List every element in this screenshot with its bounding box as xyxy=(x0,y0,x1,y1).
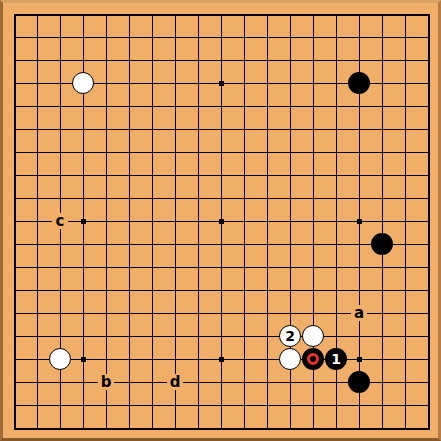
stone-black-q16[interactable] xyxy=(348,72,370,94)
stone-white-d16[interactable] xyxy=(72,72,94,94)
stone-white-n5[interactable]: 2 xyxy=(279,325,301,347)
grid-line-horizontal xyxy=(14,428,430,430)
grid-line-vertical xyxy=(106,14,107,430)
grid-line-horizontal xyxy=(14,175,430,176)
grid-line-horizontal xyxy=(14,198,430,199)
grid-line-horizontal xyxy=(14,267,430,268)
grid-line-vertical xyxy=(382,14,383,430)
point-label-c[interactable]: c xyxy=(52,213,68,229)
grid-line-horizontal xyxy=(14,60,430,61)
point-label-d[interactable]: d xyxy=(167,374,183,390)
stone-white-o5[interactable] xyxy=(302,325,324,347)
stone-white-n4[interactable] xyxy=(279,348,301,370)
move-number-label: 1 xyxy=(331,352,341,366)
point-label-a[interactable]: a xyxy=(351,305,367,321)
grid-line-vertical xyxy=(152,14,153,430)
circle-marker-icon xyxy=(307,353,319,365)
grid-line-horizontal xyxy=(14,106,430,107)
grid-line-vertical xyxy=(198,14,199,430)
grid-line-horizontal xyxy=(14,37,430,38)
point-label-b[interactable]: b xyxy=(98,374,114,390)
grid-line-horizontal xyxy=(14,336,430,337)
star-point xyxy=(219,357,224,362)
grid-line-horizontal xyxy=(14,14,430,16)
grid-line-horizontal xyxy=(14,152,430,153)
stone-white-c4[interactable] xyxy=(49,348,71,370)
star-point xyxy=(81,219,86,224)
grid-line-vertical xyxy=(37,14,38,430)
grid-line-horizontal xyxy=(14,290,430,291)
move-number-label: 2 xyxy=(285,329,295,343)
grid-line-vertical xyxy=(267,14,268,430)
star-point xyxy=(81,357,86,362)
star-point xyxy=(357,357,362,362)
star-point xyxy=(219,81,224,86)
stone-black-q3[interactable] xyxy=(348,371,370,393)
grid-line-vertical xyxy=(405,14,406,430)
grid-line-horizontal xyxy=(14,129,430,130)
stone-black-r9[interactable] xyxy=(371,233,393,255)
grid-line-vertical xyxy=(428,14,430,430)
grid-line-vertical xyxy=(14,14,16,430)
grid-line-horizontal xyxy=(14,313,430,314)
grid-line-vertical xyxy=(244,14,245,430)
star-point xyxy=(357,219,362,224)
grid-line-horizontal xyxy=(14,405,430,406)
star-point xyxy=(219,219,224,224)
stone-black-o4[interactable] xyxy=(302,348,324,370)
grid-line-horizontal xyxy=(14,244,430,245)
go-board[interactable]: abcd21 xyxy=(0,0,441,441)
stone-black-p4[interactable]: 1 xyxy=(325,348,347,370)
go-board-diagram: abcd21 xyxy=(0,0,441,441)
grid-line-vertical xyxy=(175,14,176,430)
grid-line-vertical xyxy=(129,14,130,430)
